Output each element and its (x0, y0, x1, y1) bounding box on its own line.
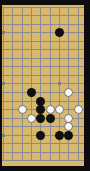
grid-hline (2, 41, 84, 42)
grid-hline (2, 58, 84, 59)
white-stone (46, 105, 55, 114)
white-stone (18, 105, 27, 114)
white-stone (27, 114, 36, 123)
grid-hline (2, 75, 84, 76)
right-frame (84, 0, 90, 171)
grid-hline (2, 160, 84, 161)
grid-hline (2, 66, 84, 67)
white-stone (64, 122, 73, 131)
screenshot-root (0, 0, 90, 171)
black-stone (55, 131, 64, 140)
grid-hline (2, 32, 84, 33)
black-stone (64, 131, 73, 140)
bottom-frame (0, 166, 90, 171)
star-point (58, 82, 61, 85)
grid-hline (2, 152, 84, 153)
star-point (2, 82, 5, 85)
white-stone (55, 105, 64, 114)
white-stone (74, 105, 83, 114)
black-stone (36, 105, 45, 114)
grid-hline (2, 49, 84, 50)
grid-hline (2, 83, 84, 84)
grid-hline (2, 7, 84, 8)
star-point (2, 134, 5, 137)
grid-hline (2, 24, 84, 25)
white-stone (64, 88, 73, 97)
go-board[interactable] (2, 5, 84, 166)
black-stone (36, 114, 45, 123)
star-point (2, 31, 5, 34)
black-stone (55, 28, 64, 37)
grid-hline (2, 15, 84, 16)
black-stone (46, 114, 55, 123)
black-stone (36, 131, 45, 140)
grid-hline (2, 143, 84, 144)
black-stone (27, 88, 36, 97)
